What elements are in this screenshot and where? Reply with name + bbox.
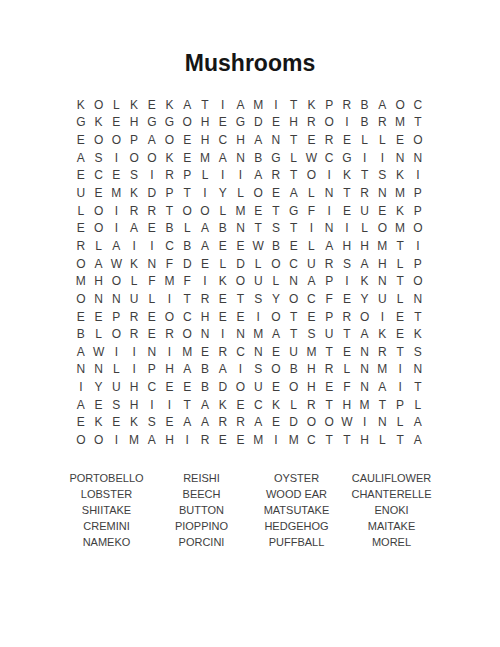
grid-cell-r5c4[interactable]: S	[125, 167, 143, 185]
grid-cell-r6c5[interactable]: D	[143, 184, 161, 202]
grid-cell-r1c13[interactable]: T	[285, 96, 303, 114]
grid-cell-r1c2[interactable]: O	[90, 96, 108, 114]
grid-cell-r9c18[interactable]: M	[373, 237, 391, 255]
grid-cell-r11c7[interactable]: F	[178, 272, 196, 290]
grid-cell-r2c10[interactable]: G	[232, 114, 250, 132]
grid-cell-r20c9[interactable]: E	[214, 431, 232, 449]
grid-cell-r19c3[interactable]: E	[107, 414, 125, 432]
grid-cell-r1c12[interactable]: I	[267, 96, 285, 114]
grid-cell-r14c9[interactable]: I	[214, 325, 232, 343]
grid-cell-r4c18[interactable]: I	[373, 149, 391, 167]
grid-cell-r1c16[interactable]: R	[338, 96, 356, 114]
grid-cell-r1c1[interactable]: K	[72, 96, 90, 114]
grid-cell-r9c12[interactable]: B	[267, 237, 285, 255]
grid-cell-r8c20[interactable]: O	[409, 219, 427, 237]
grid-cell-r14c10[interactable]: N	[232, 325, 250, 343]
grid-cell-r11c13[interactable]: N	[285, 272, 303, 290]
grid-cell-r9c5[interactable]: I	[143, 237, 161, 255]
grid-cell-r17c16[interactable]: F	[338, 378, 356, 396]
grid-cell-r14c19[interactable]: E	[391, 325, 409, 343]
grid-cell-r3c5[interactable]: A	[143, 131, 161, 149]
grid-cell-r6c12[interactable]: E	[267, 184, 285, 202]
grid-cell-r6c1[interactable]: U	[72, 184, 90, 202]
grid-cell-r19c4[interactable]: K	[125, 414, 143, 432]
grid-cell-r2c14[interactable]: R	[303, 114, 321, 132]
grid-cell-r3c16[interactable]: E	[338, 131, 356, 149]
grid-cell-r1c5[interactable]: E	[143, 96, 161, 114]
grid-cell-r16c4[interactable]: I	[125, 361, 143, 379]
grid-cell-r15c20[interactable]: S	[409, 343, 427, 361]
grid-cell-r8c13[interactable]: T	[285, 219, 303, 237]
grid-cell-r6c14[interactable]: L	[303, 184, 321, 202]
grid-cell-r8c14[interactable]: I	[303, 219, 321, 237]
grid-cell-r4c3[interactable]: I	[107, 149, 125, 167]
grid-cell-r2c8[interactable]: H	[196, 114, 214, 132]
grid-cell-r8c11[interactable]: T	[249, 219, 267, 237]
grid-cell-r15c14[interactable]: M	[303, 343, 321, 361]
grid-cell-r4c16[interactable]: G	[338, 149, 356, 167]
grid-cell-r16c18[interactable]: M	[373, 361, 391, 379]
grid-cell-r15c11[interactable]: N	[249, 343, 267, 361]
grid-cell-r12c5[interactable]: L	[143, 290, 161, 308]
grid-cell-r6c4[interactable]: K	[125, 184, 143, 202]
grid-cell-r1c18[interactable]: A	[373, 96, 391, 114]
grid-cell-r3c6[interactable]: O	[161, 131, 179, 149]
grid-cell-r11c2[interactable]: H	[90, 272, 108, 290]
grid-cell-r18c16[interactable]: H	[338, 396, 356, 414]
grid-cell-r11c6[interactable]: M	[161, 272, 179, 290]
grid-cell-r13c6[interactable]: O	[161, 308, 179, 326]
grid-cell-r9c3[interactable]: A	[107, 237, 125, 255]
grid-cell-r12c16[interactable]: E	[338, 290, 356, 308]
grid-cell-r12c4[interactable]: U	[125, 290, 143, 308]
grid-cell-r16c6[interactable]: H	[161, 361, 179, 379]
grid-cell-r17c13[interactable]: O	[285, 378, 303, 396]
grid-cell-r20c15[interactable]: T	[320, 431, 338, 449]
grid-cell-r13c17[interactable]: O	[356, 308, 374, 326]
grid-cell-r14c6[interactable]: R	[161, 325, 179, 343]
grid-cell-r17c11[interactable]: U	[249, 378, 267, 396]
grid-cell-r16c2[interactable]: N	[90, 361, 108, 379]
grid-cell-r7c9[interactable]: L	[214, 202, 232, 220]
grid-cell-r16c11[interactable]: S	[249, 361, 267, 379]
grid-cell-r15c10[interactable]: C	[232, 343, 250, 361]
grid-cell-r6c3[interactable]: M	[107, 184, 125, 202]
grid-cell-r19c9[interactable]: R	[214, 414, 232, 432]
grid-cell-r13c14[interactable]: E	[303, 308, 321, 326]
grid-cell-r8c5[interactable]: E	[143, 219, 161, 237]
grid-cell-r5c19[interactable]: K	[391, 167, 409, 185]
grid-cell-r19c2[interactable]: K	[90, 414, 108, 432]
grid-cell-r5c2[interactable]: C	[90, 167, 108, 185]
grid-cell-r10c20[interactable]: P	[409, 255, 427, 273]
grid-cell-r15c7[interactable]: M	[178, 343, 196, 361]
grid-cell-r19c19[interactable]: L	[391, 414, 409, 432]
grid-cell-r19c16[interactable]: W	[338, 414, 356, 432]
grid-cell-r18c17[interactable]: M	[356, 396, 374, 414]
grid-cell-r12c18[interactable]: U	[373, 290, 391, 308]
grid-cell-r8c4[interactable]: A	[125, 219, 143, 237]
grid-cell-r10c1[interactable]: O	[72, 255, 90, 273]
grid-cell-r9c7[interactable]: B	[178, 237, 196, 255]
grid-cell-r5c6[interactable]: R	[161, 167, 179, 185]
grid-cell-r19c5[interactable]: S	[143, 414, 161, 432]
grid-cell-r2c4[interactable]: H	[125, 114, 143, 132]
grid-cell-r10c15[interactable]: R	[320, 255, 338, 273]
grid-cell-r3c13[interactable]: T	[285, 131, 303, 149]
grid-cell-r3c19[interactable]: E	[391, 131, 409, 149]
grid-cell-r8c15[interactable]: N	[320, 219, 338, 237]
grid-cell-r6c9[interactable]: Y	[214, 184, 232, 202]
grid-cell-r14c3[interactable]: O	[107, 325, 125, 343]
grid-cell-r7c12[interactable]: T	[267, 202, 285, 220]
grid-cell-r18c1[interactable]: A	[72, 396, 90, 414]
grid-cell-r13c8[interactable]: H	[196, 308, 214, 326]
grid-cell-r4c4[interactable]: O	[125, 149, 143, 167]
grid-cell-r6c8[interactable]: I	[196, 184, 214, 202]
grid-cell-r8c1[interactable]: E	[72, 219, 90, 237]
grid-cell-r10c16[interactable]: S	[338, 255, 356, 273]
grid-cell-r20c18[interactable]: L	[373, 431, 391, 449]
grid-cell-r1c17[interactable]: B	[356, 96, 374, 114]
grid-cell-r18c12[interactable]: K	[267, 396, 285, 414]
grid-cell-r15c17[interactable]: N	[356, 343, 374, 361]
grid-cell-r2c6[interactable]: G	[161, 114, 179, 132]
grid-cell-r15c15[interactable]: T	[320, 343, 338, 361]
grid-cell-r11c3[interactable]: O	[107, 272, 125, 290]
grid-cell-r12c12[interactable]: Y	[267, 290, 285, 308]
grid-cell-r18c18[interactable]: T	[373, 396, 391, 414]
grid-cell-r16c5[interactable]: P	[143, 361, 161, 379]
grid-cell-r5c15[interactable]: I	[320, 167, 338, 185]
grid-cell-r7c18[interactable]: E	[373, 202, 391, 220]
grid-cell-r16c9[interactable]: A	[214, 361, 232, 379]
grid-cell-r2c12[interactable]: E	[267, 114, 285, 132]
grid-cell-r8c12[interactable]: S	[267, 219, 285, 237]
grid-cell-r6c13[interactable]: A	[285, 184, 303, 202]
grid-cell-r9c19[interactable]: T	[391, 237, 409, 255]
grid-cell-r4c19[interactable]: N	[391, 149, 409, 167]
grid-cell-r10c8[interactable]: E	[196, 255, 214, 273]
grid-cell-r12c1[interactable]: O	[72, 290, 90, 308]
grid-cell-r4c9[interactable]: A	[214, 149, 232, 167]
grid-cell-r2c1[interactable]: G	[72, 114, 90, 132]
grid-cell-r1c6[interactable]: K	[161, 96, 179, 114]
grid-cell-r6c16[interactable]: T	[338, 184, 356, 202]
grid-cell-r12c17[interactable]: Y	[356, 290, 374, 308]
grid-cell-r15c9[interactable]: R	[214, 343, 232, 361]
grid-cell-r17c8[interactable]: B	[196, 378, 214, 396]
grid-cell-r12c11[interactable]: S	[249, 290, 267, 308]
grid-cell-r17c9[interactable]: D	[214, 378, 232, 396]
grid-cell-r3c1[interactable]: E	[72, 131, 90, 149]
grid-cell-r19c17[interactable]: I	[356, 414, 374, 432]
grid-cell-r7c16[interactable]: E	[338, 202, 356, 220]
grid-cell-r10c14[interactable]: U	[303, 255, 321, 273]
grid-cell-r9c10[interactable]: E	[232, 237, 250, 255]
grid-cell-r9c8[interactable]: A	[196, 237, 214, 255]
grid-cell-r7c13[interactable]: G	[285, 202, 303, 220]
grid-cell-r4c12[interactable]: G	[267, 149, 285, 167]
grid-cell-r19c10[interactable]: R	[232, 414, 250, 432]
grid-cell-r18c15[interactable]: T	[320, 396, 338, 414]
grid-cell-r16c17[interactable]: N	[356, 361, 374, 379]
grid-cell-r10c3[interactable]: W	[107, 255, 125, 273]
grid-cell-r14c5[interactable]: E	[143, 325, 161, 343]
grid-cell-r18c6[interactable]: I	[161, 396, 179, 414]
grid-cell-r4c8[interactable]: M	[196, 149, 214, 167]
grid-cell-r11c16[interactable]: I	[338, 272, 356, 290]
grid-cell-r20c14[interactable]: C	[303, 431, 321, 449]
grid-cell-r11c17[interactable]: K	[356, 272, 374, 290]
grid-cell-r19c14[interactable]: O	[303, 414, 321, 432]
grid-cell-r9c14[interactable]: L	[303, 237, 321, 255]
grid-cell-r1c7[interactable]: A	[178, 96, 196, 114]
grid-cell-r17c7[interactable]: E	[178, 378, 196, 396]
grid-cell-r5c3[interactable]: E	[107, 167, 125, 185]
grid-cell-r13c5[interactable]: E	[143, 308, 161, 326]
grid-cell-r17c6[interactable]: E	[161, 378, 179, 396]
grid-cell-r16c12[interactable]: O	[267, 361, 285, 379]
grid-cell-r18c8[interactable]: A	[196, 396, 214, 414]
grid-cell-r8c17[interactable]: L	[356, 219, 374, 237]
grid-cell-r11c12[interactable]: L	[267, 272, 285, 290]
grid-cell-r17c19[interactable]: I	[391, 378, 409, 396]
grid-cell-r18c2[interactable]: E	[90, 396, 108, 414]
grid-cell-r13c19[interactable]: E	[391, 308, 409, 326]
grid-cell-r12c14[interactable]: C	[303, 290, 321, 308]
grid-cell-r17c20[interactable]: T	[409, 378, 427, 396]
grid-cell-r6c17[interactable]: R	[356, 184, 374, 202]
grid-cell-r17c14[interactable]: H	[303, 378, 321, 396]
grid-cell-r20c7[interactable]: I	[178, 431, 196, 449]
grid-cell-r12c13[interactable]: O	[285, 290, 303, 308]
grid-cell-r9c2[interactable]: L	[90, 237, 108, 255]
grid-cell-r6c20[interactable]: P	[409, 184, 427, 202]
grid-cell-r2c9[interactable]: E	[214, 114, 232, 132]
grid-cell-r16c10[interactable]: I	[232, 361, 250, 379]
grid-cell-r9c16[interactable]: H	[338, 237, 356, 255]
grid-cell-r4c5[interactable]: O	[143, 149, 161, 167]
grid-cell-r3c4[interactable]: P	[125, 131, 143, 149]
grid-cell-r18c9[interactable]: K	[214, 396, 232, 414]
grid-cell-r2c15[interactable]: O	[320, 114, 338, 132]
grid-cell-r3c11[interactable]: A	[249, 131, 267, 149]
grid-cell-r9c1[interactable]: R	[72, 237, 90, 255]
grid-cell-r11c9[interactable]: K	[214, 272, 232, 290]
grid-cell-r10c18[interactable]: H	[373, 255, 391, 273]
grid-cell-r13c12[interactable]: O	[267, 308, 285, 326]
grid-cell-r18c10[interactable]: E	[232, 396, 250, 414]
grid-cell-r3c12[interactable]: N	[267, 131, 285, 149]
grid-cell-r5c12[interactable]: R	[267, 167, 285, 185]
grid-cell-r5c16[interactable]: K	[338, 167, 356, 185]
grid-cell-r20c1[interactable]: O	[72, 431, 90, 449]
grid-cell-r5c17[interactable]: T	[356, 167, 374, 185]
grid-cell-r2c7[interactable]: O	[178, 114, 196, 132]
grid-cell-r8c6[interactable]: B	[161, 219, 179, 237]
grid-cell-r15c8[interactable]: E	[196, 343, 214, 361]
grid-cell-r2c17[interactable]: B	[356, 114, 374, 132]
grid-cell-r4c6[interactable]: K	[161, 149, 179, 167]
grid-cell-r3c20[interactable]: O	[409, 131, 427, 149]
grid-cell-r3c14[interactable]: E	[303, 131, 321, 149]
grid-cell-r2c5[interactable]: G	[143, 114, 161, 132]
grid-cell-r14c11[interactable]: M	[249, 325, 267, 343]
grid-cell-r13c7[interactable]: C	[178, 308, 196, 326]
grid-cell-r19c7[interactable]: A	[178, 414, 196, 432]
grid-cell-r14c17[interactable]: A	[356, 325, 374, 343]
grid-cell-r10c17[interactable]: A	[356, 255, 374, 273]
grid-cell-r12c2[interactable]: N	[90, 290, 108, 308]
grid-cell-r17c3[interactable]: U	[107, 378, 125, 396]
grid-cell-r10c5[interactable]: N	[143, 255, 161, 273]
grid-cell-r11c15[interactable]: P	[320, 272, 338, 290]
grid-cell-r16c1[interactable]: N	[72, 361, 90, 379]
grid-cell-r7c5[interactable]: R	[143, 202, 161, 220]
grid-cell-r1c3[interactable]: L	[107, 96, 125, 114]
grid-cell-r7c7[interactable]: O	[178, 202, 196, 220]
grid-cell-r13c3[interactable]: P	[107, 308, 125, 326]
grid-cell-r1c15[interactable]: P	[320, 96, 338, 114]
grid-cell-r2c3[interactable]: E	[107, 114, 125, 132]
grid-cell-r19c18[interactable]: N	[373, 414, 391, 432]
grid-cell-r14c7[interactable]: O	[178, 325, 196, 343]
grid-cell-r8c7[interactable]: L	[178, 219, 196, 237]
grid-cell-r13c10[interactable]: E	[232, 308, 250, 326]
grid-cell-r11c20[interactable]: O	[409, 272, 427, 290]
grid-cell-r1c8[interactable]: T	[196, 96, 214, 114]
grid-cell-r7c3[interactable]: I	[107, 202, 125, 220]
grid-cell-r5c8[interactable]: L	[196, 167, 214, 185]
grid-cell-r13c2[interactable]: E	[90, 308, 108, 326]
grid-cell-r3c18[interactable]: L	[373, 131, 391, 149]
grid-cell-r13c18[interactable]: I	[373, 308, 391, 326]
grid-cell-r1c9[interactable]: I	[214, 96, 232, 114]
grid-cell-r14c20[interactable]: K	[409, 325, 427, 343]
grid-cell-r18c5[interactable]: I	[143, 396, 161, 414]
grid-cell-r6c10[interactable]: L	[232, 184, 250, 202]
grid-cell-r12c6[interactable]: I	[161, 290, 179, 308]
grid-cell-r14c12[interactable]: A	[267, 325, 285, 343]
grid-cell-r14c8[interactable]: N	[196, 325, 214, 343]
grid-cell-r17c17[interactable]: N	[356, 378, 374, 396]
grid-cell-r13c13[interactable]: T	[285, 308, 303, 326]
grid-cell-r7c10[interactable]: M	[232, 202, 250, 220]
grid-cell-r17c18[interactable]: A	[373, 378, 391, 396]
grid-cell-r10c7[interactable]: D	[178, 255, 196, 273]
grid-cell-r10c13[interactable]: C	[285, 255, 303, 273]
grid-cell-r17c2[interactable]: Y	[90, 378, 108, 396]
grid-cell-r20c12[interactable]: I	[267, 431, 285, 449]
grid-cell-r13c15[interactable]: P	[320, 308, 338, 326]
grid-cell-r1c14[interactable]: K	[303, 96, 321, 114]
grid-cell-r9c11[interactable]: W	[249, 237, 267, 255]
grid-cell-r6c15[interactable]: N	[320, 184, 338, 202]
grid-cell-r20c10[interactable]: E	[232, 431, 250, 449]
grid-cell-r16c16[interactable]: L	[338, 361, 356, 379]
grid-cell-r19c12[interactable]: E	[267, 414, 285, 432]
grid-cell-r20c19[interactable]: T	[391, 431, 409, 449]
grid-cell-r12c10[interactable]: T	[232, 290, 250, 308]
grid-cell-r1c4[interactable]: K	[125, 96, 143, 114]
grid-cell-r5c18[interactable]: S	[373, 167, 391, 185]
grid-cell-r3c10[interactable]: H	[232, 131, 250, 149]
grid-cell-r16c3[interactable]: L	[107, 361, 125, 379]
grid-cell-r15c1[interactable]: A	[72, 343, 90, 361]
grid-cell-r17c10[interactable]: O	[232, 378, 250, 396]
grid-cell-r16c13[interactable]: B	[285, 361, 303, 379]
grid-cell-r17c15[interactable]: E	[320, 378, 338, 396]
grid-cell-r16c14[interactable]: H	[303, 361, 321, 379]
grid-cell-r17c1[interactable]: I	[72, 378, 90, 396]
grid-cell-r8c16[interactable]: I	[338, 219, 356, 237]
grid-cell-r5c10[interactable]: I	[232, 167, 250, 185]
grid-cell-r12c20[interactable]: N	[409, 290, 427, 308]
grid-cell-r13c20[interactable]: T	[409, 308, 427, 326]
grid-cell-r17c4[interactable]: H	[125, 378, 143, 396]
grid-cell-r4c1[interactable]: A	[72, 149, 90, 167]
grid-cell-r6c11[interactable]: O	[249, 184, 267, 202]
grid-cell-r16c15[interactable]: R	[320, 361, 338, 379]
grid-cell-r2c11[interactable]: D	[249, 114, 267, 132]
grid-cell-r9c6[interactable]: C	[161, 237, 179, 255]
grid-cell-r5c20[interactable]: I	[409, 167, 427, 185]
grid-cell-r16c7[interactable]: A	[178, 361, 196, 379]
grid-cell-r4c15[interactable]: C	[320, 149, 338, 167]
grid-cell-r19c8[interactable]: A	[196, 414, 214, 432]
grid-cell-r2c19[interactable]: M	[391, 114, 409, 132]
grid-cell-r15c19[interactable]: T	[391, 343, 409, 361]
grid-cell-r18c11[interactable]: C	[249, 396, 267, 414]
grid-cell-r20c13[interactable]: M	[285, 431, 303, 449]
grid-cell-r4c2[interactable]: S	[90, 149, 108, 167]
grid-cell-r4c13[interactable]: L	[285, 149, 303, 167]
grid-cell-r3c17[interactable]: L	[356, 131, 374, 149]
grid-cell-r12c3[interactable]: N	[107, 290, 125, 308]
grid-cell-r18c14[interactable]: R	[303, 396, 321, 414]
grid-cell-r12c9[interactable]: E	[214, 290, 232, 308]
grid-cell-r16c8[interactable]: B	[196, 361, 214, 379]
grid-cell-r17c5[interactable]: C	[143, 378, 161, 396]
grid-cell-r10c4[interactable]: K	[125, 255, 143, 273]
grid-cell-r1c19[interactable]: O	[391, 96, 409, 114]
grid-cell-r18c20[interactable]: L	[409, 396, 427, 414]
grid-cell-r20c20[interactable]: A	[409, 431, 427, 449]
grid-cell-r7c15[interactable]: I	[320, 202, 338, 220]
grid-cell-r14c2[interactable]: L	[90, 325, 108, 343]
grid-cell-r10c6[interactable]: F	[161, 255, 179, 273]
grid-cell-r12c19[interactable]: L	[391, 290, 409, 308]
grid-cell-r4c14[interactable]: W	[303, 149, 321, 167]
grid-cell-r8c8[interactable]: A	[196, 219, 214, 237]
grid-cell-r7c4[interactable]: R	[125, 202, 143, 220]
grid-cell-r18c13[interactable]: L	[285, 396, 303, 414]
grid-cell-r19c11[interactable]: A	[249, 414, 267, 432]
grid-cell-r9c4[interactable]: I	[125, 237, 143, 255]
grid-cell-r18c7[interactable]: T	[178, 396, 196, 414]
grid-cell-r12c7[interactable]: T	[178, 290, 196, 308]
grid-cell-r11c5[interactable]: F	[143, 272, 161, 290]
grid-cell-r6c19[interactable]: M	[391, 184, 409, 202]
grid-cell-r15c18[interactable]: R	[373, 343, 391, 361]
grid-cell-r13c4[interactable]: R	[125, 308, 143, 326]
grid-cell-r5c7[interactable]: P	[178, 167, 196, 185]
grid-cell-r19c1[interactable]: E	[72, 414, 90, 432]
grid-cell-r8c9[interactable]: B	[214, 219, 232, 237]
grid-cell-r6c7[interactable]: T	[178, 184, 196, 202]
grid-cell-r10c19[interactable]: L	[391, 255, 409, 273]
